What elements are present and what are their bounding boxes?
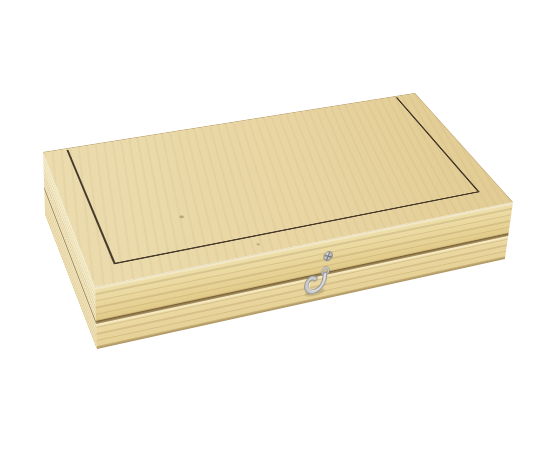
hook-icon: [306, 267, 328, 293]
product-photo: [0, 0, 550, 450]
screw-head: [324, 251, 333, 262]
